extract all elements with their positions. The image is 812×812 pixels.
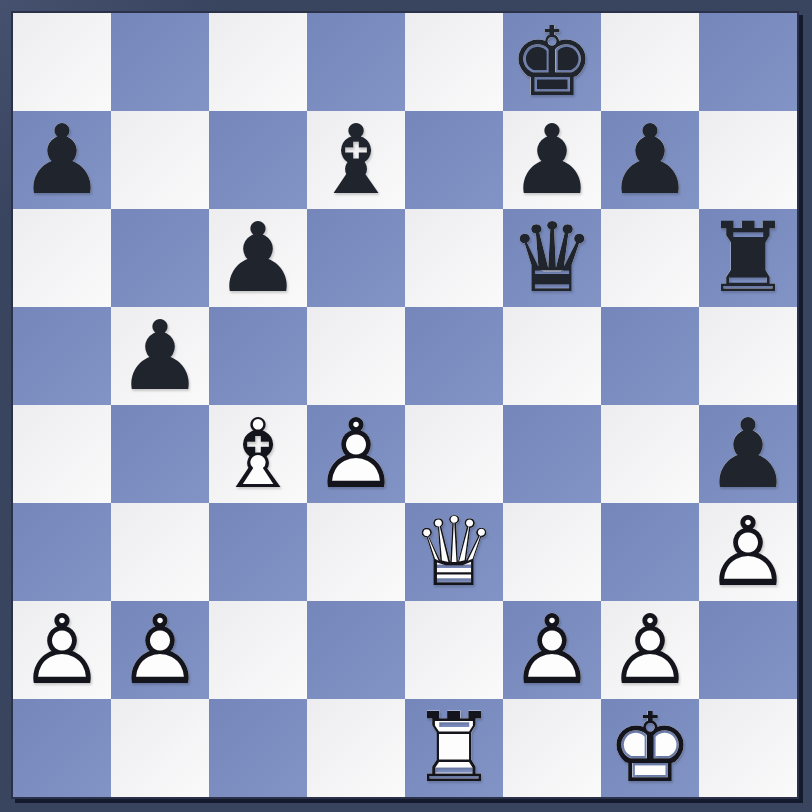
square-c6[interactable]: ♙♟: [209, 209, 307, 307]
black-pawn-outline-icon: ♙: [601, 111, 699, 209]
square-g6[interactable]: [601, 209, 699, 307]
square-f5[interactable]: [503, 307, 601, 405]
square-d4[interactable]: ♟♙: [307, 405, 405, 503]
square-a7[interactable]: ♙♟: [13, 111, 111, 209]
square-d8[interactable]: [307, 13, 405, 111]
piece-black-queen[interactable]: ♕♛: [503, 209, 601, 307]
chess-board: ♔♚♙♟♗♝♙♟♙♟♙♟♕♛♖♜♙♟♝♗♟♙♙♟♛♕♟♙♟♙♟♙♟♙♟♙♜♖♚♔: [11, 11, 799, 799]
square-f7[interactable]: ♙♟: [503, 111, 601, 209]
square-b2[interactable]: ♟♙: [111, 601, 209, 699]
square-f3[interactable]: [503, 503, 601, 601]
square-g7[interactable]: ♙♟: [601, 111, 699, 209]
square-g3[interactable]: [601, 503, 699, 601]
black-pawn-fill-icon: ♟: [13, 111, 111, 209]
white-pawn-fill-icon: ♟: [111, 601, 209, 699]
piece-black-pawn[interactable]: ♙♟: [699, 405, 797, 503]
square-e1[interactable]: ♜♖: [405, 699, 503, 797]
square-d1[interactable]: [307, 699, 405, 797]
piece-white-queen[interactable]: ♛♕: [405, 503, 503, 601]
square-h3[interactable]: ♟♙: [699, 503, 797, 601]
white-rook-fill-icon: ♜: [405, 699, 503, 797]
black-queen-fill-icon: ♛: [503, 209, 601, 307]
white-queen-outline-icon: ♕: [405, 503, 503, 601]
square-e2[interactable]: [405, 601, 503, 699]
piece-white-pawn[interactable]: ♟♙: [601, 601, 699, 699]
piece-black-pawn[interactable]: ♙♟: [601, 111, 699, 209]
square-a3[interactable]: [13, 503, 111, 601]
square-a6[interactable]: [13, 209, 111, 307]
square-b8[interactable]: [111, 13, 209, 111]
square-c2[interactable]: [209, 601, 307, 699]
piece-black-pawn[interactable]: ♙♟: [13, 111, 111, 209]
white-pawn-outline-icon: ♙: [601, 601, 699, 699]
square-c5[interactable]: [209, 307, 307, 405]
black-pawn-outline-icon: ♙: [209, 209, 307, 307]
square-f4[interactable]: [503, 405, 601, 503]
white-pawn-fill-icon: ♟: [13, 601, 111, 699]
black-pawn-fill-icon: ♟: [209, 209, 307, 307]
square-c1[interactable]: [209, 699, 307, 797]
piece-black-pawn[interactable]: ♙♟: [111, 307, 209, 405]
white-king-fill-icon: ♚: [601, 699, 699, 797]
black-queen-outline-icon: ♕: [503, 209, 601, 307]
square-e6[interactable]: [405, 209, 503, 307]
square-b3[interactable]: [111, 503, 209, 601]
square-b7[interactable]: [111, 111, 209, 209]
square-h2[interactable]: [699, 601, 797, 699]
square-h7[interactable]: [699, 111, 797, 209]
square-d7[interactable]: ♗♝: [307, 111, 405, 209]
square-d3[interactable]: [307, 503, 405, 601]
square-a1[interactable]: [13, 699, 111, 797]
square-g4[interactable]: [601, 405, 699, 503]
square-b1[interactable]: [111, 699, 209, 797]
black-bishop-outline-icon: ♗: [307, 111, 405, 209]
square-f8[interactable]: ♔♚: [503, 13, 601, 111]
square-f6[interactable]: ♕♛: [503, 209, 601, 307]
square-g1[interactable]: ♚♔: [601, 699, 699, 797]
black-bishop-fill-icon: ♝: [307, 111, 405, 209]
piece-white-pawn[interactable]: ♟♙: [307, 405, 405, 503]
square-a2[interactable]: ♟♙: [13, 601, 111, 699]
square-e3[interactable]: ♛♕: [405, 503, 503, 601]
piece-white-pawn[interactable]: ♟♙: [699, 503, 797, 601]
square-d6[interactable]: [307, 209, 405, 307]
square-b5[interactable]: ♙♟: [111, 307, 209, 405]
square-e5[interactable]: [405, 307, 503, 405]
piece-white-pawn[interactable]: ♟♙: [13, 601, 111, 699]
white-pawn-outline-icon: ♙: [503, 601, 601, 699]
black-pawn-outline-icon: ♙: [503, 111, 601, 209]
square-b4[interactable]: [111, 405, 209, 503]
square-f1[interactable]: [503, 699, 601, 797]
white-pawn-fill-icon: ♟: [503, 601, 601, 699]
white-pawn-fill-icon: ♟: [699, 503, 797, 601]
black-pawn-fill-icon: ♟: [111, 307, 209, 405]
black-rook-fill-icon: ♜: [699, 209, 797, 307]
white-bishop-outline-icon: ♗: [209, 405, 307, 503]
white-king-outline-icon: ♔: [601, 699, 699, 797]
piece-white-rook[interactable]: ♜♖: [405, 699, 503, 797]
piece-black-king[interactable]: ♔♚: [503, 13, 601, 111]
square-h8[interactable]: [699, 13, 797, 111]
square-d2[interactable]: [307, 601, 405, 699]
piece-black-pawn[interactable]: ♙♟: [503, 111, 601, 209]
square-h6[interactable]: ♖♜: [699, 209, 797, 307]
white-pawn-outline-icon: ♙: [699, 503, 797, 601]
square-h5[interactable]: [699, 307, 797, 405]
square-c4[interactable]: ♝♗: [209, 405, 307, 503]
piece-black-pawn[interactable]: ♙♟: [209, 209, 307, 307]
black-pawn-fill-icon: ♟: [601, 111, 699, 209]
square-g5[interactable]: [601, 307, 699, 405]
square-a4[interactable]: [13, 405, 111, 503]
square-e8[interactable]: [405, 13, 503, 111]
black-pawn-fill-icon: ♟: [503, 111, 601, 209]
square-b6[interactable]: [111, 209, 209, 307]
black-rook-outline-icon: ♖: [699, 209, 797, 307]
piece-white-pawn[interactable]: ♟♙: [503, 601, 601, 699]
white-pawn-outline-icon: ♙: [307, 405, 405, 503]
square-f2[interactable]: ♟♙: [503, 601, 601, 699]
square-e4[interactable]: [405, 405, 503, 503]
square-c8[interactable]: [209, 13, 307, 111]
square-c3[interactable]: [209, 503, 307, 601]
piece-white-king[interactable]: ♚♔: [601, 699, 699, 797]
white-bishop-fill-icon: ♝: [209, 405, 307, 503]
black-king-fill-icon: ♚: [503, 13, 601, 111]
square-c7[interactable]: [209, 111, 307, 209]
white-queen-fill-icon: ♛: [405, 503, 503, 601]
white-pawn-fill-icon: ♟: [307, 405, 405, 503]
piece-black-rook[interactable]: ♖♜: [699, 209, 797, 307]
white-pawn-fill-icon: ♟: [601, 601, 699, 699]
piece-black-bishop[interactable]: ♗♝: [307, 111, 405, 209]
black-pawn-outline-icon: ♙: [111, 307, 209, 405]
black-king-outline-icon: ♔: [503, 13, 601, 111]
black-pawn-outline-icon: ♙: [699, 405, 797, 503]
white-pawn-outline-icon: ♙: [13, 601, 111, 699]
square-h1[interactable]: [699, 699, 797, 797]
white-pawn-outline-icon: ♙: [111, 601, 209, 699]
board-frame: ♔♚♙♟♗♝♙♟♙♟♙♟♕♛♖♜♙♟♝♗♟♙♙♟♛♕♟♙♟♙♟♙♟♙♟♙♜♖♚♔: [0, 0, 812, 812]
black-pawn-fill-icon: ♟: [699, 405, 797, 503]
square-a8[interactable]: [13, 13, 111, 111]
square-e7[interactable]: [405, 111, 503, 209]
square-d5[interactable]: [307, 307, 405, 405]
square-g2[interactable]: ♟♙: [601, 601, 699, 699]
piece-white-bishop[interactable]: ♝♗: [209, 405, 307, 503]
square-h4[interactable]: ♙♟: [699, 405, 797, 503]
piece-white-pawn[interactable]: ♟♙: [111, 601, 209, 699]
square-g8[interactable]: [601, 13, 699, 111]
white-rook-outline-icon: ♖: [405, 699, 503, 797]
square-a5[interactable]: [13, 307, 111, 405]
black-pawn-outline-icon: ♙: [13, 111, 111, 209]
